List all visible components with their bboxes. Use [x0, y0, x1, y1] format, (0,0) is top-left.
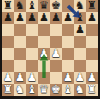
square-a7[interactable]: ♟: [2, 12, 14, 24]
square-c4[interactable]: [26, 48, 38, 60]
square-a1[interactable]: ♜: [2, 84, 14, 96]
square-d7[interactable]: ♟: [38, 12, 50, 24]
square-f4[interactable]: [62, 48, 74, 60]
white-queen: ♛: [38, 84, 50, 96]
square-a5[interactable]: [2, 36, 14, 48]
black-pawn: ♟: [26, 12, 38, 24]
square-f5[interactable]: [62, 36, 74, 48]
square-e4[interactable]: ♟: [50, 48, 62, 60]
square-a3[interactable]: [2, 60, 14, 72]
black-king: ♚: [50, 0, 62, 12]
square-a2[interactable]: ♟: [2, 72, 14, 84]
square-g3[interactable]: [74, 60, 86, 72]
square-g8[interactable]: ♞: [74, 0, 86, 12]
square-a6[interactable]: [2, 24, 14, 36]
square-d4[interactable]: ♟: [38, 48, 50, 60]
square-f6[interactable]: [62, 24, 74, 36]
square-c6[interactable]: [26, 24, 38, 36]
black-pawn: ♟: [74, 24, 86, 36]
square-f8[interactable]: [62, 0, 74, 12]
square-e3[interactable]: [50, 60, 62, 72]
square-b7[interactable]: ♟: [14, 12, 26, 24]
black-pawn: ♟: [62, 12, 74, 24]
square-e7[interactable]: ♟: [50, 12, 62, 24]
square-d1[interactable]: ♛: [38, 84, 50, 96]
square-h7[interactable]: ♟: [86, 12, 98, 24]
black-pawn: ♟: [2, 12, 14, 24]
square-g6[interactable]: ♟: [74, 24, 86, 36]
black-rook: ♜: [86, 0, 98, 12]
black-knight: ♞: [74, 0, 86, 12]
white-pawn: ♟: [86, 72, 98, 84]
square-b3[interactable]: [14, 60, 26, 72]
square-h4[interactable]: [86, 48, 98, 60]
square-g2[interactable]: ♟: [74, 72, 86, 84]
black-bishop: ♝: [74, 12, 86, 24]
black-pawn: ♟: [50, 12, 62, 24]
square-c1[interactable]: ♝: [26, 84, 38, 96]
square-b5[interactable]: [14, 36, 26, 48]
square-f3[interactable]: [62, 60, 74, 72]
square-b4[interactable]: [14, 48, 26, 60]
white-knight: ♞: [14, 84, 26, 96]
white-bishop: ♝: [26, 84, 38, 96]
square-g4[interactable]: [74, 48, 86, 60]
square-d2[interactable]: [38, 72, 50, 84]
white-rook: ♜: [86, 84, 98, 96]
square-e5[interactable]: [50, 36, 62, 48]
square-h8[interactable]: ♜: [86, 0, 98, 12]
white-rook: ♜: [2, 84, 14, 96]
square-g5[interactable]: [74, 36, 86, 48]
black-pawn: ♟: [86, 12, 98, 24]
black-pawn: ♟: [14, 12, 26, 24]
white-king: ♚: [50, 84, 62, 96]
white-pawn: ♟: [50, 48, 62, 60]
square-c3[interactable]: [26, 60, 38, 72]
white-pawn: ♟: [26, 72, 38, 84]
square-c5[interactable]: [26, 36, 38, 48]
white-pawn: ♟: [74, 72, 86, 84]
white-pawn: ♟: [2, 72, 14, 84]
black-pawn: ♟: [38, 12, 50, 24]
square-h3[interactable]: [86, 60, 98, 72]
black-queen: ♛: [38, 0, 50, 12]
square-f1[interactable]: ♝: [62, 84, 74, 96]
square-h1[interactable]: ♜: [86, 84, 98, 96]
white-pawn: ♟: [14, 72, 26, 84]
square-c8[interactable]: ♝: [26, 0, 38, 12]
square-e1[interactable]: ♚: [50, 84, 62, 96]
square-c7[interactable]: ♟: [26, 12, 38, 24]
chess-board: ♜♞♝♛♚♞♜♟♟♟♟♟♟♝♟♟♟♟♟♟♟♟♟♟♜♞♝♛♚♝♞♜: [2, 0, 98, 96]
square-g7[interactable]: ♝: [74, 12, 86, 24]
square-f7[interactable]: ♟: [62, 12, 74, 24]
square-a8[interactable]: ♜: [2, 0, 14, 12]
square-h5[interactable]: [86, 36, 98, 48]
square-d6[interactable]: [38, 24, 50, 36]
square-d8[interactable]: ♛: [38, 0, 50, 12]
square-e6[interactable]: [50, 24, 62, 36]
square-g1[interactable]: ♞: [74, 84, 86, 96]
square-a4[interactable]: [2, 48, 14, 60]
square-h2[interactable]: ♟: [86, 72, 98, 84]
white-pawn: ♟: [38, 48, 50, 60]
square-b2[interactable]: ♟: [14, 72, 26, 84]
square-b8[interactable]: ♞: [14, 0, 26, 12]
white-pawn: ♟: [62, 72, 74, 84]
black-rook: ♜: [2, 0, 14, 12]
white-bishop: ♝: [62, 84, 74, 96]
square-c2[interactable]: ♟: [26, 72, 38, 84]
white-knight: ♞: [74, 84, 86, 96]
square-f2[interactable]: ♟: [62, 72, 74, 84]
square-d3[interactable]: [38, 60, 50, 72]
square-b6[interactable]: [14, 24, 26, 36]
square-d5[interactable]: [38, 36, 50, 48]
black-bishop: ♝: [26, 0, 38, 12]
chess-app-background: ♜♞♝♛♚♞♜♟♟♟♟♟♟♝♟♟♟♟♟♟♟♟♟♟♜♞♝♛♚♝♞♜: [0, 0, 100, 99]
square-e8[interactable]: ♚: [50, 0, 62, 12]
square-h6[interactable]: [86, 24, 98, 36]
black-knight: ♞: [14, 0, 26, 12]
square-e2[interactable]: [50, 72, 62, 84]
square-b1[interactable]: ♞: [14, 84, 26, 96]
